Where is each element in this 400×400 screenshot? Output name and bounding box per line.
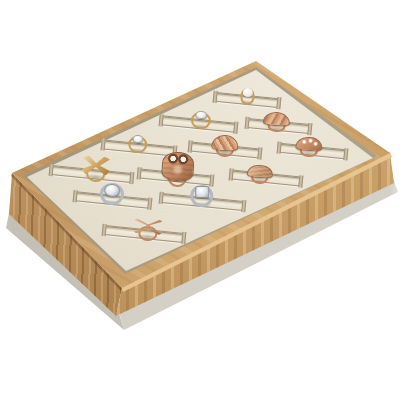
ring-head-rose-crown xyxy=(295,136,323,152)
ring-4-gold-crystal xyxy=(126,134,148,150)
ring-9-rose-dome xyxy=(246,164,272,181)
ring-11-silver-square xyxy=(189,185,214,205)
ring-head-rose-swirl xyxy=(211,134,239,151)
rings-layer xyxy=(0,0,400,400)
ring-head-rose-braided xyxy=(262,111,291,127)
ring-3-rose-braided xyxy=(262,111,290,129)
ring-1-pearl xyxy=(239,87,255,102)
ring-10-silver-round xyxy=(98,183,124,203)
ring-5-rose-swirl xyxy=(211,134,238,153)
ring-6-rose-crown xyxy=(295,136,322,154)
ring-head-rose-owl xyxy=(161,151,195,182)
ring-head-silver-round xyxy=(103,183,120,197)
ring-7-gold-butterfly xyxy=(81,155,110,177)
product-photo-canvas xyxy=(0,0,400,400)
ring-8-rose-owl xyxy=(162,151,194,180)
ring-2-gold-crystal xyxy=(190,110,213,126)
ring-head-rose-dome xyxy=(246,164,273,179)
ring-head-silver-square xyxy=(195,186,209,198)
ring-12-rose-bow xyxy=(133,218,162,237)
